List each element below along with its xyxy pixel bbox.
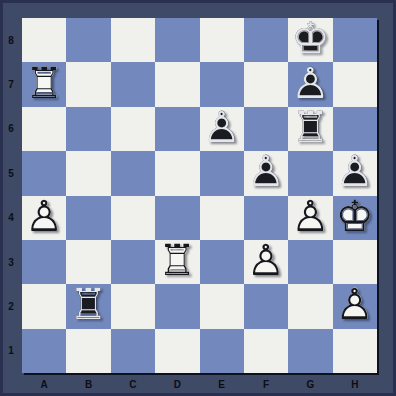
black-pawn-outline: ♙ [247, 149, 286, 193]
square-b8[interactable] [66, 18, 110, 62]
square-h2[interactable]: ♟♙ [333, 284, 377, 328]
square-b4[interactable] [66, 196, 110, 240]
square-e1[interactable] [200, 329, 244, 373]
square-f2[interactable] [244, 284, 288, 328]
square-b3[interactable] [66, 240, 110, 284]
square-b7[interactable] [66, 62, 110, 106]
piece-white-king-h4[interactable]: ♚♔ [333, 196, 377, 240]
square-e2[interactable] [200, 284, 244, 328]
black-king-outline: ♔ [291, 16, 330, 60]
rank-label-5: 5 [0, 151, 22, 195]
square-g3[interactable] [288, 240, 332, 284]
square-h6[interactable] [333, 107, 377, 151]
square-h1[interactable] [333, 329, 377, 373]
square-g5[interactable] [288, 151, 332, 195]
square-c6[interactable] [111, 107, 155, 151]
piece-black-rook-b2[interactable]: ♜♖ [66, 284, 110, 328]
square-a7[interactable]: ♜♖ [22, 62, 66, 106]
piece-white-rook-a7[interactable]: ♜♖ [22, 62, 66, 106]
square-f3[interactable]: ♟♙ [244, 240, 288, 284]
white-king-outline: ♔ [336, 194, 375, 238]
rank-label-3: 3 [0, 240, 22, 284]
piece-white-rook-d3[interactable]: ♜♖ [155, 240, 199, 284]
white-pawn-outline: ♙ [247, 238, 286, 282]
file-label-a: A [22, 375, 66, 394]
square-g8[interactable]: ♚♔ [288, 18, 332, 62]
square-h8[interactable] [333, 18, 377, 62]
square-g2[interactable] [288, 284, 332, 328]
white-rook-outline: ♖ [158, 238, 197, 282]
square-a6[interactable] [22, 107, 66, 151]
square-g4[interactable]: ♟♙ [288, 196, 332, 240]
square-a2[interactable] [22, 284, 66, 328]
square-c1[interactable] [111, 329, 155, 373]
file-label-h: H [333, 375, 377, 394]
square-e7[interactable] [200, 62, 244, 106]
square-d5[interactable] [155, 151, 199, 195]
square-h7[interactable] [333, 62, 377, 106]
square-d1[interactable] [155, 329, 199, 373]
file-label-b: B [66, 375, 110, 394]
piece-black-pawn-f5[interactable]: ♟♙ [244, 151, 288, 195]
square-a5[interactable] [22, 151, 66, 195]
square-b5[interactable] [66, 151, 110, 195]
square-a4[interactable]: ♟♙ [22, 196, 66, 240]
file-label-d: D [155, 375, 199, 394]
file-label-f: F [244, 375, 288, 394]
square-g1[interactable] [288, 329, 332, 373]
piece-white-pawn-a4[interactable]: ♟♙ [22, 196, 66, 240]
square-d2[interactable] [155, 284, 199, 328]
square-a1[interactable] [22, 329, 66, 373]
black-pawn-outline: ♙ [291, 61, 330, 105]
piece-black-rook-g6[interactable]: ♜♖ [288, 107, 332, 151]
square-c2[interactable] [111, 284, 155, 328]
square-e6[interactable]: ♟♙ [200, 107, 244, 151]
black-rook-outline: ♖ [291, 105, 330, 149]
square-b1[interactable] [66, 329, 110, 373]
square-d4[interactable] [155, 196, 199, 240]
chess-board-frame: 87654321 ♚♔♜♖♟♙♟♙♜♖♟♙♟♙♟♙♟♙♚♔♜♖♟♙♜♖♟♙ AB… [0, 0, 396, 396]
square-e4[interactable] [200, 196, 244, 240]
square-c5[interactable] [111, 151, 155, 195]
square-f6[interactable] [244, 107, 288, 151]
square-b6[interactable] [66, 107, 110, 151]
square-d8[interactable] [155, 18, 199, 62]
chess-board: ♚♔♜♖♟♙♟♙♜♖♟♙♟♙♟♙♟♙♚♔♜♖♟♙♜♖♟♙ [22, 18, 377, 373]
square-a8[interactable] [22, 18, 66, 62]
file-labels: ABCDEFGH [22, 375, 377, 394]
square-g7[interactable]: ♟♙ [288, 62, 332, 106]
rank-label-4: 4 [0, 196, 22, 240]
square-f4[interactable] [244, 196, 288, 240]
square-g6[interactable]: ♜♖ [288, 107, 332, 151]
square-f5[interactable]: ♟♙ [244, 151, 288, 195]
file-label-g: G [288, 375, 332, 394]
white-pawn-outline: ♙ [25, 194, 64, 238]
square-h4[interactable]: ♚♔ [333, 196, 377, 240]
rank-label-2: 2 [0, 284, 22, 328]
rank-label-6: 6 [0, 107, 22, 151]
square-e8[interactable] [200, 18, 244, 62]
square-f1[interactable] [244, 329, 288, 373]
square-e3[interactable] [200, 240, 244, 284]
white-pawn-outline: ♙ [291, 194, 330, 238]
square-d7[interactable] [155, 62, 199, 106]
square-d3[interactable]: ♜♖ [155, 240, 199, 284]
rank-label-8: 8 [0, 18, 22, 62]
rank-labels: 87654321 [0, 18, 22, 373]
square-c3[interactable] [111, 240, 155, 284]
piece-black-pawn-e6[interactable]: ♟♙ [200, 107, 244, 151]
white-rook-outline: ♖ [25, 61, 64, 105]
piece-black-pawn-g7[interactable]: ♟♙ [288, 62, 332, 106]
square-c4[interactable] [111, 196, 155, 240]
square-h3[interactable] [333, 240, 377, 284]
square-f7[interactable] [244, 62, 288, 106]
black-rook-outline: ♖ [69, 282, 108, 326]
square-d6[interactable] [155, 107, 199, 151]
piece-black-king-g8[interactable]: ♚♔ [288, 18, 332, 62]
piece-white-pawn-f3[interactable]: ♟♙ [244, 240, 288, 284]
black-pawn-outline: ♙ [202, 105, 241, 149]
rank-label-7: 7 [0, 62, 22, 106]
file-label-c: C [111, 375, 155, 394]
black-pawn-outline: ♙ [336, 149, 375, 193]
square-f8[interactable] [244, 18, 288, 62]
square-c8[interactable] [111, 18, 155, 62]
piece-black-pawn-h5[interactable]: ♟♙ [333, 151, 377, 195]
rank-label-1: 1 [0, 329, 22, 373]
white-pawn-outline: ♙ [336, 282, 375, 326]
square-b2[interactable]: ♜♖ [66, 284, 110, 328]
file-label-e: E [200, 375, 244, 394]
square-c7[interactable] [111, 62, 155, 106]
square-h5[interactable]: ♟♙ [333, 151, 377, 195]
square-e5[interactable] [200, 151, 244, 195]
piece-white-pawn-g4[interactable]: ♟♙ [288, 196, 332, 240]
square-a3[interactable] [22, 240, 66, 284]
piece-white-pawn-h2[interactable]: ♟♙ [333, 284, 377, 328]
